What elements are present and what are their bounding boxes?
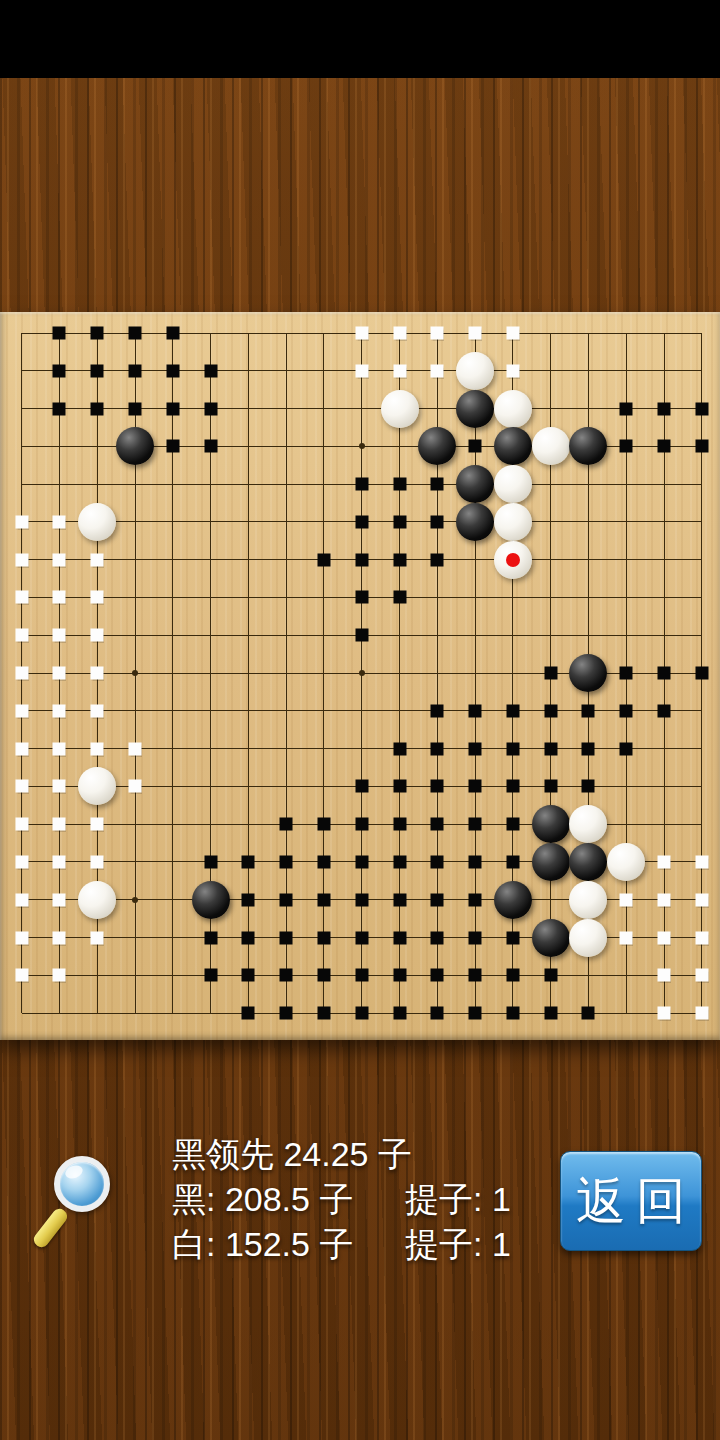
- white-territory-marker: [91, 667, 104, 680]
- white-territory-marker: [129, 780, 142, 793]
- black-territory-marker: [393, 553, 406, 566]
- black-territory-marker: [620, 440, 633, 453]
- black-territory-marker: [280, 818, 293, 831]
- black-territory-marker: [91, 327, 104, 340]
- black-territory-marker: [280, 1007, 293, 1020]
- black-stone[interactable]: [494, 427, 532, 465]
- white-territory-marker: [53, 553, 66, 566]
- black-territory-marker: [469, 893, 482, 906]
- white-territory-marker: [15, 515, 28, 528]
- white-territory-marker: [53, 893, 66, 906]
- black-territory-marker: [355, 478, 368, 491]
- white-territory-marker: [91, 629, 104, 642]
- black-territory-marker: [204, 440, 217, 453]
- black-territory-marker: [658, 704, 671, 717]
- black-territory-marker: [355, 969, 368, 982]
- white-stone[interactable]: [494, 503, 532, 541]
- white-stone[interactable]: [569, 919, 607, 957]
- black-territory-marker: [166, 402, 179, 415]
- black-territory-marker: [242, 893, 255, 906]
- black-territory-marker: [166, 364, 179, 377]
- white-territory-marker: [620, 931, 633, 944]
- black-territory-marker: [91, 402, 104, 415]
- white-territory-marker: [15, 818, 28, 831]
- black-score-text: 黑: 208.5 子: [172, 1177, 405, 1222]
- black-territory-marker: [469, 969, 482, 982]
- black-territory-marker: [620, 402, 633, 415]
- black-territory-marker: [469, 818, 482, 831]
- black-stone[interactable]: [456, 465, 494, 503]
- black-territory-marker: [658, 667, 671, 680]
- white-territory-marker: [15, 667, 28, 680]
- black-territory-marker: [506, 818, 519, 831]
- white-territory-marker: [695, 855, 708, 868]
- black-territory-marker: [431, 478, 444, 491]
- black-stone[interactable]: [569, 427, 607, 465]
- black-territory-marker: [280, 969, 293, 982]
- grid-line-horizontal: [22, 748, 702, 749]
- black-territory-marker: [166, 327, 179, 340]
- black-territory-marker: [317, 818, 330, 831]
- black-territory-marker: [317, 553, 330, 566]
- white-territory-marker: [15, 931, 28, 944]
- black-territory-marker: [431, 931, 444, 944]
- white-territory-marker: [91, 818, 104, 831]
- grid-line-horizontal: [22, 710, 702, 711]
- white-territory-marker: [620, 893, 633, 906]
- black-territory-marker: [582, 704, 595, 717]
- white-territory-marker: [53, 629, 66, 642]
- black-territory-marker: [355, 1007, 368, 1020]
- lead-row: 黑领先 24.25 子: [172, 1132, 562, 1177]
- black-territory-marker: [204, 969, 217, 982]
- black-territory-marker: [620, 742, 633, 755]
- last-move-marker: [506, 553, 520, 567]
- white-territory-marker: [355, 327, 368, 340]
- black-territory-marker: [582, 780, 595, 793]
- white-stone[interactable]: [381, 390, 419, 428]
- black-territory-marker: [620, 704, 633, 717]
- black-territory-marker: [431, 515, 444, 528]
- white-territory-marker: [658, 931, 671, 944]
- black-territory-marker: [431, 553, 444, 566]
- white-territory-marker: [15, 629, 28, 642]
- white-territory-marker: [53, 515, 66, 528]
- score-panel: 黑领先 24.25 子 黑: 208.5 子 提子: 1 白: 152.5 子 …: [172, 1132, 562, 1267]
- white-territory-marker: [393, 364, 406, 377]
- black-territory-marker: [53, 327, 66, 340]
- black-territory-marker: [53, 364, 66, 377]
- white-stone[interactable]: [494, 465, 532, 503]
- white-territory-marker: [15, 780, 28, 793]
- black-territory-marker: [204, 402, 217, 415]
- black-territory-marker: [544, 704, 557, 717]
- white-territory-marker: [431, 364, 444, 377]
- white-territory-marker: [53, 591, 66, 604]
- black-territory-marker: [506, 780, 519, 793]
- black-territory-marker: [544, 780, 557, 793]
- white-territory-marker: [15, 591, 28, 604]
- black-territory-marker: [393, 591, 406, 604]
- star-point: [132, 670, 138, 676]
- go-scoring-screen: { "game": "go", "board_size": 19, "mode"…: [0, 0, 720, 1440]
- grid-line-vertical: [399, 333, 400, 1013]
- black-territory-marker: [469, 704, 482, 717]
- black-territory-marker: [506, 855, 519, 868]
- white-stone[interactable]: [456, 352, 494, 390]
- black-territory-marker: [469, 855, 482, 868]
- black-territory-marker: [506, 1007, 519, 1020]
- black-territory-marker: [242, 969, 255, 982]
- white-territory-marker: [15, 742, 28, 755]
- white-territory-marker: [393, 327, 406, 340]
- lead-text: 黑领先 24.25 子: [172, 1132, 412, 1177]
- black-territory-marker: [469, 440, 482, 453]
- white-territory-marker: [15, 704, 28, 717]
- black-territory-marker: [431, 818, 444, 831]
- black-territory-marker: [204, 364, 217, 377]
- white-stone[interactable]: [607, 843, 645, 881]
- black-territory-marker: [355, 591, 368, 604]
- black-territory-marker: [129, 327, 142, 340]
- white-territory-marker: [695, 969, 708, 982]
- white-territory-marker: [431, 327, 444, 340]
- black-territory-marker: [355, 855, 368, 868]
- white-territory-marker: [53, 667, 66, 680]
- top-black-bar: [0, 0, 720, 78]
- black-stone[interactable]: [456, 503, 494, 541]
- black-territory-marker: [469, 1007, 482, 1020]
- white-territory-marker: [15, 553, 28, 566]
- black-territory-marker: [620, 667, 633, 680]
- black-captures-text: 提子: 1: [405, 1177, 511, 1222]
- black-territory-marker: [431, 969, 444, 982]
- black-territory-marker: [317, 1007, 330, 1020]
- black-territory-marker: [242, 855, 255, 868]
- black-territory-marker: [658, 402, 671, 415]
- back-button[interactable]: 返回: [560, 1151, 702, 1251]
- white-territory-marker: [658, 969, 671, 982]
- white-territory-marker: [15, 855, 28, 868]
- black-territory-marker: [242, 1007, 255, 1020]
- magnifier-lens: [54, 1156, 110, 1212]
- black-score-row: 黑: 208.5 子 提子: 1: [172, 1177, 562, 1222]
- white-stone[interactable]: [494, 390, 532, 428]
- black-territory-marker: [393, 969, 406, 982]
- white-territory-marker: [658, 893, 671, 906]
- black-stone[interactable]: [456, 390, 494, 428]
- black-territory-marker: [431, 893, 444, 906]
- black-territory-marker: [166, 440, 179, 453]
- black-territory-marker: [280, 931, 293, 944]
- black-territory-marker: [544, 667, 557, 680]
- black-territory-marker: [129, 364, 142, 377]
- black-stone[interactable]: [532, 805, 570, 843]
- black-territory-marker: [544, 1007, 557, 1020]
- black-stone[interactable]: [418, 427, 456, 465]
- black-stone[interactable]: [192, 881, 230, 919]
- black-territory-marker: [317, 931, 330, 944]
- black-territory-marker: [280, 893, 293, 906]
- white-territory-marker: [53, 969, 66, 982]
- black-territory-marker: [393, 742, 406, 755]
- white-captures-text: 提子: 1: [405, 1222, 511, 1267]
- star-point: [359, 443, 365, 449]
- white-territory-marker: [91, 855, 104, 868]
- black-stone[interactable]: [494, 881, 532, 919]
- white-territory-marker: [53, 931, 66, 944]
- black-territory-marker: [695, 402, 708, 415]
- black-territory-marker: [431, 704, 444, 717]
- black-territory-marker: [393, 818, 406, 831]
- white-territory-marker: [53, 818, 66, 831]
- white-territory-marker: [695, 893, 708, 906]
- black-territory-marker: [658, 440, 671, 453]
- white-stone[interactable]: [569, 805, 607, 843]
- black-territory-marker: [582, 742, 595, 755]
- black-territory-marker: [431, 1007, 444, 1020]
- white-territory-marker: [129, 742, 142, 755]
- white-stone[interactable]: [78, 767, 116, 805]
- white-territory-marker: [91, 742, 104, 755]
- black-territory-marker: [506, 931, 519, 944]
- black-territory-marker: [506, 969, 519, 982]
- black-stone[interactable]: [116, 427, 154, 465]
- black-territory-marker: [469, 780, 482, 793]
- black-territory-marker: [431, 855, 444, 868]
- black-territory-marker: [204, 855, 217, 868]
- star-point: [132, 897, 138, 903]
- black-territory-marker: [317, 855, 330, 868]
- black-territory-marker: [355, 553, 368, 566]
- black-territory-marker: [393, 855, 406, 868]
- white-territory-marker: [15, 969, 28, 982]
- black-stone[interactable]: [569, 843, 607, 881]
- white-stone[interactable]: [78, 881, 116, 919]
- go-board[interactable]: [0, 312, 720, 1040]
- black-territory-marker: [53, 402, 66, 415]
- white-territory-marker: [506, 364, 519, 377]
- white-territory-marker: [355, 364, 368, 377]
- black-territory-marker: [355, 780, 368, 793]
- black-territory-marker: [393, 1007, 406, 1020]
- white-territory-marker: [506, 327, 519, 340]
- white-territory-marker: [695, 931, 708, 944]
- black-territory-marker: [280, 855, 293, 868]
- black-territory-marker: [91, 364, 104, 377]
- white-territory-marker: [658, 855, 671, 868]
- grid-line-vertical: [475, 333, 476, 1013]
- white-territory-marker: [91, 591, 104, 604]
- black-territory-marker: [469, 931, 482, 944]
- white-territory-marker: [53, 780, 66, 793]
- black-territory-marker: [317, 969, 330, 982]
- black-stone[interactable]: [569, 654, 607, 692]
- white-stone[interactable]: [494, 541, 532, 579]
- white-stone[interactable]: [532, 427, 570, 465]
- star-point: [359, 670, 365, 676]
- white-score-text: 白: 152.5 子: [172, 1222, 405, 1267]
- black-territory-marker: [355, 629, 368, 642]
- black-territory-marker: [582, 1007, 595, 1020]
- black-territory-marker: [544, 969, 557, 982]
- black-territory-marker: [393, 893, 406, 906]
- black-territory-marker: [317, 893, 330, 906]
- black-territory-marker: [506, 704, 519, 717]
- black-territory-marker: [695, 440, 708, 453]
- white-territory-marker: [91, 704, 104, 717]
- black-territory-marker: [355, 893, 368, 906]
- white-stone[interactable]: [569, 881, 607, 919]
- black-territory-marker: [393, 931, 406, 944]
- white-score-row: 白: 152.5 子 提子: 1: [172, 1222, 562, 1267]
- white-territory-marker: [15, 893, 28, 906]
- white-territory-marker: [91, 553, 104, 566]
- black-territory-marker: [431, 742, 444, 755]
- black-stone[interactable]: [532, 919, 570, 957]
- black-territory-marker: [506, 742, 519, 755]
- black-territory-marker: [242, 931, 255, 944]
- black-territory-marker: [544, 742, 557, 755]
- white-territory-marker: [53, 855, 66, 868]
- white-territory-marker: [658, 1007, 671, 1020]
- white-stone[interactable]: [78, 503, 116, 541]
- white-territory-marker: [53, 704, 66, 717]
- magnifier-icon[interactable]: [35, 1148, 135, 1258]
- black-stone[interactable]: [532, 843, 570, 881]
- black-territory-marker: [393, 478, 406, 491]
- black-territory-marker: [393, 515, 406, 528]
- black-territory-marker: [695, 667, 708, 680]
- white-territory-marker: [469, 327, 482, 340]
- white-territory-marker: [53, 742, 66, 755]
- black-territory-marker: [355, 515, 368, 528]
- black-territory-marker: [355, 818, 368, 831]
- black-territory-marker: [431, 780, 444, 793]
- black-territory-marker: [204, 931, 217, 944]
- black-territory-marker: [393, 780, 406, 793]
- magnifier-handle: [31, 1206, 70, 1250]
- white-territory-marker: [91, 931, 104, 944]
- black-territory-marker: [469, 742, 482, 755]
- black-territory-marker: [355, 931, 368, 944]
- white-territory-marker: [695, 1007, 708, 1020]
- black-territory-marker: [129, 402, 142, 415]
